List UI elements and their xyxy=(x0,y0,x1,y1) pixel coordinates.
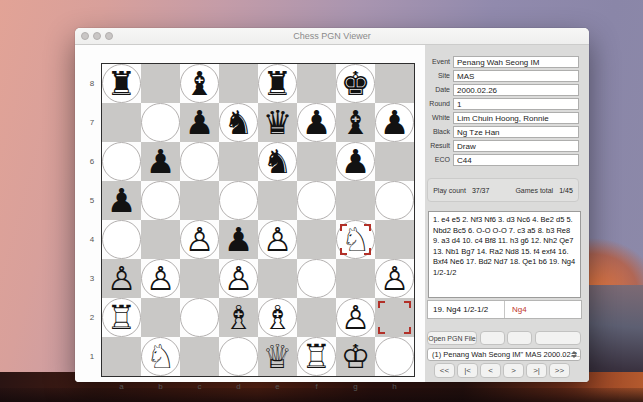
black-field[interactable] xyxy=(453,126,579,138)
current-move-bar: 19. Ng4 1/2-1/2 Ng4 xyxy=(427,300,582,319)
black-piece-g7: ♝ xyxy=(336,103,375,142)
event-label: Event xyxy=(425,58,450,65)
square-g6: ♟ xyxy=(336,142,375,181)
file-labels: abcdefgh xyxy=(102,379,414,393)
black-piece-b6: ♟ xyxy=(141,142,180,181)
square-d3: ♙ xyxy=(219,259,258,298)
games-total-value: 1/45 xyxy=(559,187,573,194)
square-f6 xyxy=(297,142,336,181)
square-h7: ♟ xyxy=(375,103,414,142)
square-b1: ♘ xyxy=(141,337,180,376)
square-e8: ♜ xyxy=(258,64,297,103)
black-piece-c7: ♟ xyxy=(180,103,219,142)
stepper-arrows-icon xyxy=(569,350,578,359)
white-piece-h3: ♙ xyxy=(376,260,413,297)
square-g1: ♔ xyxy=(336,337,375,376)
square-b5 xyxy=(141,181,180,220)
chess-board: ♜♝♜♚♟♞♛♟♝♟♟♞♟♟♙♟♙♘♙♙♙♙♖♗♗♙♘♕♖♔ xyxy=(101,63,415,377)
square-f4 xyxy=(297,220,336,259)
move-highlight-icon xyxy=(378,325,411,334)
result-field[interactable] xyxy=(453,140,579,152)
last-move-button[interactable]: >| xyxy=(526,363,547,378)
black-piece-g8: ♚ xyxy=(337,65,374,102)
square-f1: ♖ xyxy=(297,337,336,376)
square-c8: ♝ xyxy=(180,64,219,103)
square-c1 xyxy=(180,337,219,376)
white-piece-g1: ♔ xyxy=(336,337,375,376)
square-f2 xyxy=(297,298,336,337)
square-f5 xyxy=(297,181,336,220)
play-count-label: Play count xyxy=(433,187,466,194)
white-piece-e2: ♗ xyxy=(259,299,296,336)
square-b2 xyxy=(141,298,180,337)
black-piece-a8: ♜ xyxy=(103,65,140,102)
square-a8: ♜ xyxy=(102,64,141,103)
square-d8 xyxy=(219,64,258,103)
result-label: Result xyxy=(425,142,450,149)
square-e4: ♙ xyxy=(258,220,297,259)
game-info-panel: Event Site Date Round White Black Result xyxy=(425,45,589,382)
file-label-g: g xyxy=(336,379,375,393)
white-piece-d2: ♗ xyxy=(219,298,258,337)
round-label: Round xyxy=(425,100,450,107)
square-c6 xyxy=(180,142,219,181)
black-piece-c8: ♝ xyxy=(181,65,218,102)
rank-label-5: 5 xyxy=(85,181,99,220)
square-h1 xyxy=(375,337,414,376)
move-highlight-icon xyxy=(378,301,411,310)
form-row-white: White xyxy=(425,112,589,124)
next-move-button[interactable]: > xyxy=(503,363,524,378)
games-total-label: Games total xyxy=(515,187,553,194)
black-piece-f7: ♟ xyxy=(298,104,335,141)
chess-pgn-viewer-window: Chess PGN Viewer 87654321 ♜♝♜♚♟♞♛♟♝♟♟♞♟♟… xyxy=(75,28,589,382)
black-piece-e7: ♛ xyxy=(258,103,297,142)
last-move-played: Ng4 xyxy=(506,301,581,318)
square-c2 xyxy=(180,298,219,337)
play-count-value: 37/37 xyxy=(472,187,490,194)
square-b4 xyxy=(141,220,180,259)
square-h5 xyxy=(375,181,414,220)
blank-button-2[interactable] xyxy=(507,331,532,345)
file-label-e: e xyxy=(258,379,297,393)
eco-field[interactable] xyxy=(453,154,579,166)
square-c5 xyxy=(180,181,219,220)
board-panel: 87654321 ♜♝♜♚♟♞♛♟♝♟♟♞♟♟♙♟♙♘♙♙♙♙♖♗♗♙♘♕♖♔ … xyxy=(75,45,425,382)
blank-button-3[interactable] xyxy=(535,331,581,345)
square-a6 xyxy=(102,142,141,181)
form-row-site: Site xyxy=(425,70,589,82)
square-b3: ♙ xyxy=(141,259,180,298)
square-e5 xyxy=(258,181,297,220)
form-row-round: Round xyxy=(425,98,589,110)
game-stats-box: Play count 37/37 Games total 1/45 xyxy=(427,178,579,202)
white-piece-e1: ♕ xyxy=(258,337,297,376)
square-e2: ♗ xyxy=(258,298,297,337)
square-d2: ♗ xyxy=(219,298,258,337)
square-a5: ♟ xyxy=(102,181,141,220)
form-row-eco: ECO xyxy=(425,154,589,166)
white-field[interactable] xyxy=(453,112,579,124)
square-d1 xyxy=(219,337,258,376)
square-g8: ♚ xyxy=(336,64,375,103)
square-c4: ♙ xyxy=(180,220,219,259)
rank-label-7: 7 xyxy=(85,103,99,142)
square-e3 xyxy=(258,259,297,298)
white-piece-a2: ♖ xyxy=(103,299,140,336)
date-label: Date xyxy=(425,86,450,93)
white-piece-b3: ♙ xyxy=(142,260,179,297)
black-piece-g6: ♟ xyxy=(337,143,374,180)
square-h2 xyxy=(375,298,414,337)
event-field[interactable] xyxy=(453,56,579,68)
title-bar: Chess PGN Viewer xyxy=(75,28,589,45)
white-piece-d3: ♙ xyxy=(220,260,257,297)
black-label: Black xyxy=(425,128,450,135)
date-field[interactable] xyxy=(453,84,579,96)
round-field[interactable] xyxy=(453,98,579,110)
square-b6: ♟ xyxy=(141,142,180,181)
navigation-buttons: << |< < > >| >> xyxy=(434,363,570,378)
square-e1: ♕ xyxy=(258,337,297,376)
square-f3 xyxy=(297,259,336,298)
square-h4 xyxy=(375,220,414,259)
form-row-result: Result xyxy=(425,140,589,152)
form-row-date: Date xyxy=(425,84,589,96)
square-a3: ♙ xyxy=(102,259,141,298)
file-label-d: d xyxy=(219,379,258,393)
square-c7: ♟ xyxy=(180,103,219,142)
file-label-a: a xyxy=(102,379,141,393)
white-label: White xyxy=(425,114,450,121)
square-c3 xyxy=(180,259,219,298)
file-label-c: c xyxy=(180,379,219,393)
file-label-f: f xyxy=(297,379,336,393)
square-d5 xyxy=(219,181,258,220)
black-piece-h7: ♟ xyxy=(376,104,413,141)
white-piece-f1: ♖ xyxy=(298,338,335,375)
black-piece-d4: ♟ xyxy=(219,220,258,259)
square-a2: ♖ xyxy=(102,298,141,337)
square-f8 xyxy=(297,64,336,103)
square-g2: ♙ xyxy=(336,298,375,337)
black-piece-e8: ♜ xyxy=(259,65,296,102)
square-d6 xyxy=(219,142,258,181)
file-label-b: b xyxy=(141,379,180,393)
black-piece-d7: ♞ xyxy=(220,104,257,141)
square-h3: ♙ xyxy=(375,259,414,298)
rank-label-2: 2 xyxy=(85,298,99,337)
square-h6 xyxy=(375,142,414,181)
black-piece-e6: ♞ xyxy=(259,143,296,180)
white-piece-g2: ♙ xyxy=(337,299,374,336)
square-f7: ♟ xyxy=(297,103,336,142)
square-g3 xyxy=(336,259,375,298)
white-piece-a3: ♙ xyxy=(102,259,141,298)
form-row-black: Black xyxy=(425,126,589,138)
square-e7: ♛ xyxy=(258,103,297,142)
file-label-h: h xyxy=(375,379,414,393)
site-field[interactable] xyxy=(453,70,579,82)
form-row-event: Event xyxy=(425,56,589,68)
rank-label-4: 4 xyxy=(85,220,99,259)
window-title: Chess PGN Viewer xyxy=(75,31,589,41)
square-g4: ♘ xyxy=(336,220,375,259)
square-b7 xyxy=(141,103,180,142)
black-piece-a5: ♟ xyxy=(102,181,141,220)
square-b8 xyxy=(141,64,180,103)
prev-move-button[interactable]: < xyxy=(480,363,501,378)
square-e6: ♞ xyxy=(258,142,297,181)
square-g7: ♝ xyxy=(336,103,375,142)
game-select-dropdown[interactable]: (1) Penang Wah Seong IM" MAS 2000.02.2..… xyxy=(427,348,581,361)
blank-button-1[interactable] xyxy=(480,331,505,345)
prev-game-button[interactable]: << xyxy=(434,363,455,378)
rank-label-8: 8 xyxy=(85,64,99,103)
square-a4 xyxy=(102,220,141,259)
white-piece-e4: ♙ xyxy=(259,221,296,258)
square-a1 xyxy=(102,337,141,376)
square-d7: ♞ xyxy=(219,103,258,142)
eco-label: ECO xyxy=(425,156,450,163)
rank-label-6: 6 xyxy=(85,142,99,181)
first-move-button[interactable]: |< xyxy=(457,363,478,378)
square-h8 xyxy=(375,64,414,103)
move-list[interactable]: 1. e4 e5 2. Nf3 Nf6 3. d3 Nc6 4. Be2 d5 … xyxy=(428,211,581,298)
white-piece-c4: ♙ xyxy=(181,221,218,258)
next-game-button[interactable]: >> xyxy=(549,363,570,378)
current-move-text: 19. Ng4 1/2-1/2 xyxy=(428,301,505,318)
square-g5 xyxy=(336,181,375,220)
white-piece-b1: ♘ xyxy=(142,338,179,375)
site-label: Site xyxy=(425,72,450,79)
square-a7 xyxy=(102,103,141,142)
white-piece-g4: ♘ xyxy=(337,221,374,258)
rank-labels: 87654321 xyxy=(85,64,99,376)
rank-label-1: 1 xyxy=(85,337,99,376)
game-select-value: (1) Penang Wah Seong IM" MAS 2000.02.2..… xyxy=(432,350,581,359)
square-d4: ♟ xyxy=(219,220,258,259)
rank-label-3: 3 xyxy=(85,259,99,298)
open-pgn-file-button[interactable]: Open PGN File xyxy=(427,331,477,345)
